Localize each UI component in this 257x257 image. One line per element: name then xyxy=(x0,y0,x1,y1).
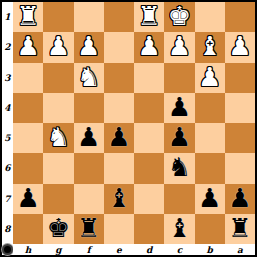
file-label-g: g xyxy=(43,244,73,255)
black-pawn: ♟ xyxy=(168,94,191,120)
square-f1[interactable] xyxy=(74,2,104,32)
square-d8[interactable] xyxy=(134,214,164,244)
square-f6[interactable] xyxy=(74,153,104,183)
white-bishop: ♝ xyxy=(198,33,221,59)
white-knight: ♞ xyxy=(77,64,100,90)
square-a7[interactable]: ♟ xyxy=(225,184,255,214)
black-pawn: ♟ xyxy=(228,185,251,211)
square-b1[interactable] xyxy=(195,2,225,32)
rank-label-5: 5 xyxy=(2,123,13,153)
square-f3[interactable]: ♞ xyxy=(74,63,104,93)
square-e6[interactable] xyxy=(104,153,134,183)
rank-label-2: 2 xyxy=(2,32,13,62)
black-rook: ♜ xyxy=(228,215,251,241)
white-pawn: ♟ xyxy=(16,33,39,59)
square-h5[interactable] xyxy=(13,123,43,153)
square-c1[interactable]: ♚ xyxy=(164,2,194,32)
square-a1[interactable] xyxy=(225,2,255,32)
chess-board: 1♜♜♚2♟♟♟♟♟♝♟3♞♟4♟5♞♟♟♟6♞7♟♝♟♟8♚♜♝♜hgfedc… xyxy=(0,0,257,257)
square-c5[interactable]: ♟ xyxy=(164,123,194,153)
side-to-move-cell xyxy=(2,244,13,255)
rank-label-4: 4 xyxy=(2,93,13,123)
square-f7[interactable] xyxy=(74,184,104,214)
white-pawn: ♟ xyxy=(47,33,70,59)
rank-label-7: 7 xyxy=(2,184,13,214)
square-g4[interactable] xyxy=(43,93,73,123)
square-e5[interactable]: ♟ xyxy=(104,123,134,153)
square-e7[interactable]: ♝ xyxy=(104,184,134,214)
black-pawn: ♟ xyxy=(77,124,100,150)
square-f8[interactable]: ♜ xyxy=(74,214,104,244)
square-h4[interactable] xyxy=(13,93,43,123)
square-b5[interactable] xyxy=(195,123,225,153)
file-label-e: e xyxy=(104,244,134,255)
rank-label-1: 1 xyxy=(2,2,13,32)
square-d7[interactable] xyxy=(134,184,164,214)
white-pawn: ♟ xyxy=(198,64,221,90)
black-king: ♚ xyxy=(47,215,70,241)
square-a6[interactable] xyxy=(225,153,255,183)
square-c6[interactable]: ♞ xyxy=(164,153,194,183)
square-h6[interactable] xyxy=(13,153,43,183)
square-c3[interactable] xyxy=(164,63,194,93)
white-pawn: ♟ xyxy=(168,33,191,59)
black-rook: ♜ xyxy=(77,215,100,241)
square-a2[interactable]: ♟ xyxy=(225,32,255,62)
square-h1[interactable]: ♜ xyxy=(13,2,43,32)
black-bishop: ♝ xyxy=(168,215,191,241)
square-a8[interactable]: ♜ xyxy=(225,214,255,244)
file-label-f: f xyxy=(74,244,104,255)
black-to-move-indicator-icon xyxy=(2,244,13,255)
square-b7[interactable]: ♟ xyxy=(195,184,225,214)
file-label-h: h xyxy=(13,244,43,255)
square-c4[interactable]: ♟ xyxy=(164,93,194,123)
square-e1[interactable] xyxy=(104,2,134,32)
square-c7[interactable] xyxy=(164,184,194,214)
square-e2[interactable] xyxy=(104,32,134,62)
square-f4[interactable] xyxy=(74,93,104,123)
square-d3[interactable] xyxy=(134,63,164,93)
white-rook: ♜ xyxy=(16,3,39,29)
square-e8[interactable] xyxy=(104,214,134,244)
square-f5[interactable]: ♟ xyxy=(74,123,104,153)
square-g2[interactable]: ♟ xyxy=(43,32,73,62)
square-e4[interactable] xyxy=(104,93,134,123)
white-knight: ♞ xyxy=(47,124,70,150)
file-label-d: d xyxy=(134,244,164,255)
square-b4[interactable] xyxy=(195,93,225,123)
square-g7[interactable] xyxy=(43,184,73,214)
square-d2[interactable]: ♟ xyxy=(134,32,164,62)
square-d6[interactable] xyxy=(134,153,164,183)
square-e3[interactable] xyxy=(104,63,134,93)
square-g5[interactable]: ♞ xyxy=(43,123,73,153)
square-b2[interactable]: ♝ xyxy=(195,32,225,62)
file-label-b: b xyxy=(195,244,225,255)
square-d5[interactable] xyxy=(134,123,164,153)
square-g1[interactable] xyxy=(43,2,73,32)
black-bishop: ♝ xyxy=(107,185,130,211)
white-pawn: ♟ xyxy=(137,33,160,59)
square-g3[interactable] xyxy=(43,63,73,93)
white-pawn: ♟ xyxy=(77,33,100,59)
square-c8[interactable]: ♝ xyxy=(164,214,194,244)
white-rook: ♜ xyxy=(137,3,160,29)
square-g6[interactable] xyxy=(43,153,73,183)
square-h3[interactable] xyxy=(13,63,43,93)
square-a3[interactable] xyxy=(225,63,255,93)
square-b6[interactable] xyxy=(195,153,225,183)
white-king: ♚ xyxy=(168,3,191,29)
square-f2[interactable]: ♟ xyxy=(74,32,104,62)
black-pawn: ♟ xyxy=(107,124,130,150)
square-h8[interactable] xyxy=(13,214,43,244)
square-d4[interactable] xyxy=(134,93,164,123)
square-h7[interactable]: ♟ xyxy=(13,184,43,214)
square-a5[interactable] xyxy=(225,123,255,153)
square-g8[interactable]: ♚ xyxy=(43,214,73,244)
black-pawn: ♟ xyxy=(198,185,221,211)
square-c2[interactable]: ♟ xyxy=(164,32,194,62)
file-label-c: c xyxy=(164,244,194,255)
file-label-a: a xyxy=(225,244,255,255)
square-d1[interactable]: ♜ xyxy=(134,2,164,32)
black-pawn: ♟ xyxy=(16,185,39,211)
square-b8[interactable] xyxy=(195,214,225,244)
rank-label-6: 6 xyxy=(2,153,13,183)
square-b3[interactable]: ♟ xyxy=(195,63,225,93)
black-pawn: ♟ xyxy=(168,124,191,150)
rank-label-3: 3 xyxy=(2,63,13,93)
square-h2[interactable]: ♟ xyxy=(13,32,43,62)
white-pawn: ♟ xyxy=(228,33,251,59)
square-a4[interactable] xyxy=(225,93,255,123)
black-knight: ♞ xyxy=(168,154,191,180)
rank-label-8: 8 xyxy=(2,214,13,244)
